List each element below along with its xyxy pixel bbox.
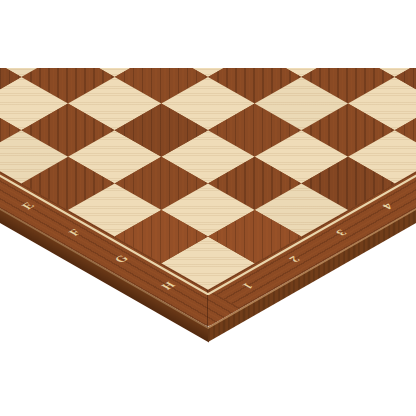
chess-board: EFGH4321 <box>0 68 416 327</box>
photo-background: EFGH4321 <box>0 0 416 416</box>
frame-mitre-seam <box>207 290 208 328</box>
board-photo-clip: EFGH4321 <box>0 68 416 416</box>
